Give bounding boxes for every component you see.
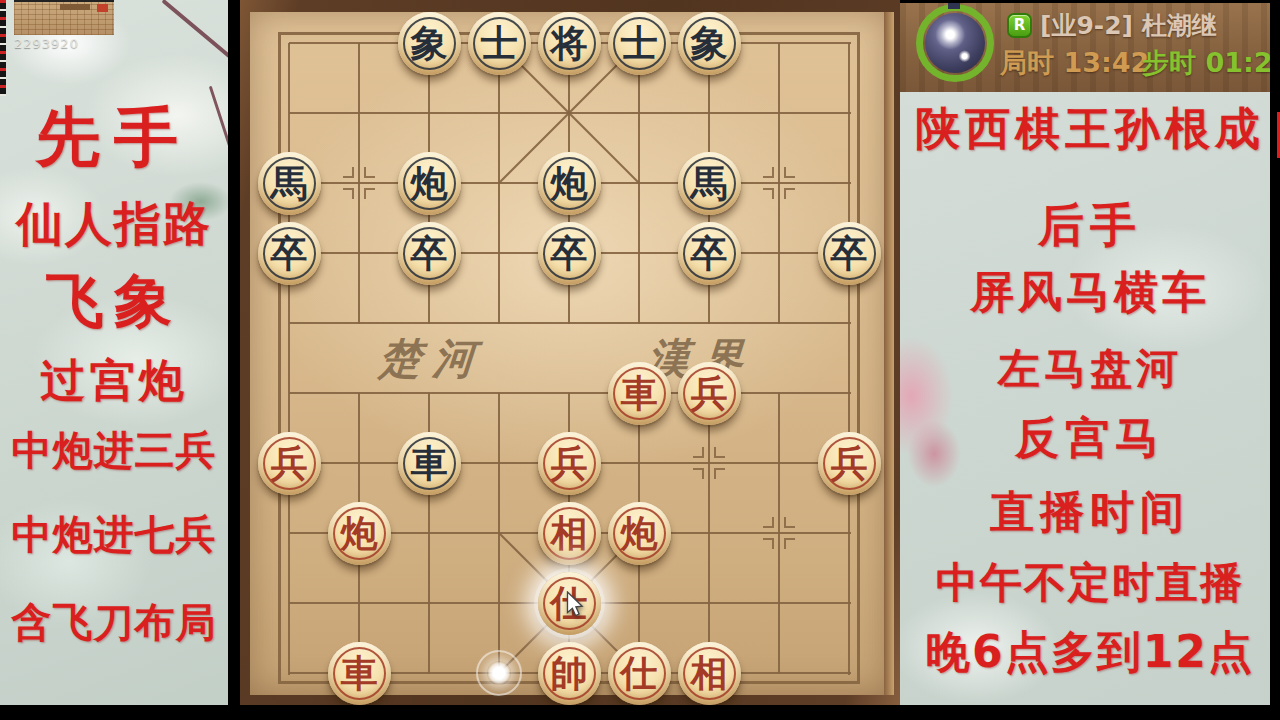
grid-line [358, 43, 360, 324]
annotation-opening-1: 仙人指路 [0, 198, 228, 250]
last-move-origin-marker [476, 650, 522, 696]
player-avatar[interactable] [925, 13, 985, 73]
piece-character: 卒 [398, 222, 461, 285]
piece-black-advisor[interactable]: 士 [468, 12, 531, 75]
piece-black-pawn[interactable]: 卒 [398, 222, 461, 285]
point-marker [364, 167, 375, 178]
watermark-id: 2293920 [14, 36, 79, 51]
piece-character: 炮 [328, 502, 391, 565]
point-marker [763, 538, 774, 549]
piece-red-cannon[interactable]: 炮 [328, 502, 391, 565]
piece-character: 帥 [538, 642, 601, 705]
piece-character: 卒 [258, 222, 321, 285]
game-time-label: 局时 [1000, 47, 1054, 78]
piece-red-general[interactable]: 帥 [538, 642, 601, 705]
thumbnail-red-mark [97, 4, 108, 12]
grid-line [289, 392, 851, 394]
piece-red-chariot[interactable]: 車 [608, 362, 671, 425]
piece-black-general[interactable]: 将 [538, 12, 601, 75]
piece-black-pawn[interactable]: 卒 [258, 222, 321, 285]
piece-black-pawn[interactable]: 卒 [678, 222, 741, 285]
mouse-cursor [566, 591, 584, 622]
piece-red-pawn[interactable]: 兵 [258, 432, 321, 495]
piece-black-horse[interactable]: 馬 [678, 152, 741, 215]
piece-red-pawn[interactable]: 兵 [538, 432, 601, 495]
piece-character: 車 [398, 432, 461, 495]
annotation-schedule-2: 晚6点多到12点 [900, 628, 1280, 676]
annotation-second-move: 后手 [900, 200, 1280, 251]
grid-line [288, 43, 290, 675]
point-marker [763, 517, 774, 528]
grid-line [778, 43, 780, 324]
annotation-opponent: 陕西棋王孙根成 [900, 104, 1280, 154]
piece-red-pawn[interactable]: 兵 [818, 432, 881, 495]
piece-character: 士 [608, 12, 671, 75]
point-marker [784, 517, 795, 528]
piece-character: 相 [678, 642, 741, 705]
point-marker [784, 167, 795, 178]
grid-line [708, 393, 710, 674]
piece-character: 士 [468, 12, 531, 75]
annotation-opening-2: 飞象 [0, 270, 228, 334]
piece-black-chariot[interactable]: 車 [398, 432, 461, 495]
point-marker [693, 447, 704, 458]
point-marker [364, 188, 375, 199]
annotation-opening-6: 含飞刀布局 [0, 600, 228, 644]
grid-line [289, 322, 851, 324]
point-marker [763, 167, 774, 178]
edge-marks [0, 0, 6, 96]
piece-red-cannon[interactable]: 炮 [608, 502, 671, 565]
board-thumbnail [14, 0, 114, 35]
piece-red-advisor[interactable]: 仕 [608, 642, 671, 705]
player-info-header: R [业9-2] 杜潮继 局时 13:42 步时 01:25 [900, 0, 1280, 92]
piece-red-elephant[interactable]: 相 [678, 642, 741, 705]
piece-character: 象 [678, 12, 741, 75]
annotation-opening-5: 中炮进七兵 [0, 512, 228, 556]
piece-character: 兵 [538, 432, 601, 495]
point-marker [343, 167, 354, 178]
piece-character: 兵 [678, 362, 741, 425]
piece-black-advisor[interactable]: 士 [608, 12, 671, 75]
xiangqi-board: 楚河 漢界 象士将士象馬炮炮馬卒卒卒卒卒車車兵兵兵兵炮相炮仕車帥仕相 [240, 0, 900, 720]
piece-character: 卒 [818, 222, 881, 285]
point-marker [784, 188, 795, 199]
rank-badge-icon: R [1007, 13, 1032, 38]
annotation-schedule-title: 直播时间 [900, 488, 1280, 536]
piece-character: 相 [538, 502, 601, 565]
piece-character: 車 [608, 362, 671, 425]
thumbnail-bar [60, 4, 90, 10]
piece-black-elephant[interactable]: 象 [398, 12, 461, 75]
move-time-value: 01:25 [1205, 47, 1280, 78]
board-frame-edge [884, 12, 894, 695]
annotation-first-move: 先手 [0, 102, 228, 172]
point-marker [763, 188, 774, 199]
piece-character: 炮 [398, 152, 461, 215]
grid-line [848, 43, 850, 675]
piece-character: 象 [398, 12, 461, 75]
grid-line [778, 393, 780, 674]
annotation-opening-4: 中炮进三兵 [0, 428, 228, 472]
right-annotation-panel: R [业9-2] 杜潮继 局时 13:42 步时 01:25 陕西棋王孙根成 后… [900, 0, 1280, 720]
point-marker [714, 447, 725, 458]
game-time: 局时 13:42 [1000, 45, 1149, 81]
river-label-left: 楚河 [361, 331, 505, 387]
piece-character: 兵 [818, 432, 881, 495]
piece-character: 将 [538, 12, 601, 75]
piece-black-elephant[interactable]: 象 [678, 12, 741, 75]
piece-character: 車 [328, 642, 391, 705]
piece-character: 仕 [608, 642, 671, 705]
piece-character: 卒 [538, 222, 601, 285]
piece-character: 卒 [678, 222, 741, 285]
point-marker [714, 468, 725, 479]
piece-red-pawn[interactable]: 兵 [678, 362, 741, 425]
piece-black-pawn[interactable]: 卒 [818, 222, 881, 285]
divider-bar [228, 0, 240, 720]
game-time-value: 13:42 [1063, 47, 1149, 78]
left-annotation-panel: 2293920 先手 仙人指路 飞象 过宫炮 中炮进三兵 中炮进七兵 含飞刀布局 [0, 0, 228, 720]
top-edge-bar [900, 0, 1280, 3]
piece-red-elephant[interactable]: 相 [538, 502, 601, 565]
point-marker [784, 538, 795, 549]
annotation-defense-1: 屏风马横车 [900, 268, 1280, 316]
annotation-schedule-1: 中午不定时直播 [900, 560, 1280, 606]
right-edge-bar [1270, 0, 1280, 720]
annotation-defense-3: 反宫马 [900, 414, 1280, 462]
piece-red-chariot[interactable]: 車 [328, 642, 391, 705]
stream-frame: 2293920 先手 仙人指路 飞象 过宫炮 中炮进三兵 中炮进七兵 含飞刀布局… [0, 0, 1280, 720]
bottom-edge-bar [0, 705, 1280, 720]
piece-character: 馬 [678, 152, 741, 215]
piece-black-horse[interactable]: 馬 [258, 152, 321, 215]
flower-branch [161, 0, 234, 61]
piece-black-cannon[interactable]: 炮 [398, 152, 461, 215]
piece-black-pawn[interactable]: 卒 [538, 222, 601, 285]
piece-black-cannon[interactable]: 炮 [538, 152, 601, 215]
move-time: 步时 01:25 [1142, 45, 1280, 81]
player-name: [业9-2] 杜潮继 [1040, 9, 1217, 42]
point-marker [343, 188, 354, 199]
point-marker [693, 468, 704, 479]
annotation-defense-2: 左马盘河 [900, 346, 1280, 392]
piece-character: 馬 [258, 152, 321, 215]
piece-character: 炮 [538, 152, 601, 215]
move-time-label: 步时 [1142, 47, 1196, 78]
piece-character: 炮 [608, 502, 671, 565]
annotation-opening-3: 过宫炮 [0, 356, 228, 406]
piece-character: 兵 [258, 432, 321, 495]
